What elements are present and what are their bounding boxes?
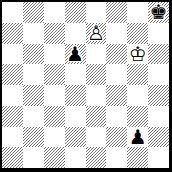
square-f5[interactable] <box>106 64 127 85</box>
square-c3[interactable] <box>44 106 65 127</box>
board-frame: ♚♟♙♟♚♔♟ <box>0 0 172 172</box>
square-b5[interactable] <box>23 64 44 85</box>
square-f2[interactable] <box>106 127 127 148</box>
black-king[interactable]: ♚ <box>148 2 169 23</box>
black-pawn-glyph: ♟ <box>127 127 148 148</box>
square-a2[interactable] <box>2 127 23 148</box>
square-a3[interactable] <box>2 106 23 127</box>
square-h1[interactable] <box>148 147 169 168</box>
black-king-glyph: ♚ <box>148 2 169 23</box>
square-d5[interactable] <box>65 64 86 85</box>
square-d3[interactable] <box>65 106 86 127</box>
square-h3[interactable] <box>148 106 169 127</box>
black-pawn-glyph: ♟ <box>65 44 86 65</box>
square-h8[interactable]: ♚ <box>148 2 169 23</box>
square-c2[interactable] <box>44 127 65 148</box>
square-g2[interactable]: ♟ <box>127 127 148 148</box>
square-f7[interactable] <box>106 23 127 44</box>
square-h7[interactable] <box>148 23 169 44</box>
square-b6[interactable] <box>23 44 44 65</box>
white-pawn-outline-glyph: ♙ <box>86 23 107 44</box>
square-g1[interactable] <box>127 147 148 168</box>
square-f1[interactable] <box>106 147 127 168</box>
square-b8[interactable] <box>23 2 44 23</box>
square-g5[interactable] <box>127 64 148 85</box>
square-d4[interactable] <box>65 85 86 106</box>
square-d1[interactable] <box>65 147 86 168</box>
square-c6[interactable] <box>44 44 65 65</box>
square-a7[interactable] <box>2 23 23 44</box>
square-e7[interactable]: ♟♙ <box>86 23 107 44</box>
square-c5[interactable] <box>44 64 65 85</box>
square-d8[interactable] <box>65 2 86 23</box>
square-b2[interactable] <box>23 127 44 148</box>
black-pawn[interactable]: ♟ <box>65 44 86 65</box>
square-g6[interactable]: ♚♔ <box>127 44 148 65</box>
square-f4[interactable] <box>106 85 127 106</box>
black-pawn[interactable]: ♟ <box>127 127 148 148</box>
square-g4[interactable] <box>127 85 148 106</box>
square-a8[interactable] <box>2 2 23 23</box>
square-h6[interactable] <box>148 44 169 65</box>
square-a1[interactable] <box>2 147 23 168</box>
square-e2[interactable] <box>86 127 107 148</box>
square-d7[interactable] <box>65 23 86 44</box>
chess-board: ♚♟♙♟♚♔♟ <box>2 2 169 168</box>
square-h5[interactable] <box>148 64 169 85</box>
square-e1[interactable] <box>86 147 107 168</box>
square-b3[interactable] <box>23 106 44 127</box>
square-d6[interactable]: ♟ <box>65 44 86 65</box>
square-h4[interactable] <box>148 85 169 106</box>
square-e4[interactable] <box>86 85 107 106</box>
square-e6[interactable] <box>86 44 107 65</box>
white-king-outline-glyph: ♔ <box>127 44 148 65</box>
square-c7[interactable] <box>44 23 65 44</box>
square-a6[interactable] <box>2 44 23 65</box>
square-c1[interactable] <box>44 147 65 168</box>
square-f6[interactable] <box>106 44 127 65</box>
square-e3[interactable] <box>86 106 107 127</box>
square-e5[interactable] <box>86 64 107 85</box>
square-f8[interactable] <box>106 2 127 23</box>
square-f3[interactable] <box>106 106 127 127</box>
chess-diagram: ♚♟♙♟♚♔♟ <box>0 0 172 172</box>
square-c4[interactable] <box>44 85 65 106</box>
square-d2[interactable] <box>65 127 86 148</box>
square-b4[interactable] <box>23 85 44 106</box>
square-e8[interactable] <box>86 2 107 23</box>
square-b7[interactable] <box>23 23 44 44</box>
square-c8[interactable] <box>44 2 65 23</box>
white-pawn[interactable]: ♟♙ <box>86 23 107 44</box>
square-g7[interactable] <box>127 23 148 44</box>
square-g8[interactable] <box>127 2 148 23</box>
square-h2[interactable] <box>148 127 169 148</box>
white-king[interactable]: ♚♔ <box>127 44 148 65</box>
square-b1[interactable] <box>23 147 44 168</box>
square-a4[interactable] <box>2 85 23 106</box>
square-g3[interactable] <box>127 106 148 127</box>
square-a5[interactable] <box>2 64 23 85</box>
